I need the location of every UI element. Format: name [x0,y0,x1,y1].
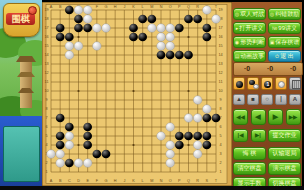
svg-text:10: 10 [44,89,48,93]
black-stone-R5 [193,132,202,141]
button-icon: ▤ [235,51,240,61]
svg-text:10: 10 [218,89,222,93]
black-stone-S17 [202,24,211,33]
white-stone-C15 [65,42,74,51]
svg-text:17: 17 [44,26,48,30]
svg-text:6: 6 [220,125,222,129]
svg-text:N: N [160,179,163,183]
black-stone-B17 [56,24,65,33]
white-stone-F17 [92,24,101,33]
black-stone-D18 [74,15,83,24]
black-stone-L16 [138,33,147,42]
button-label: 退 出 [280,53,294,59]
svg-text:N: N [160,5,163,9]
action-button-3[interactable]: 清空棋盘 [233,162,266,175]
black-stone-K16 [129,33,138,42]
svg-text:H: H [114,179,117,183]
svg-text:11: 11 [45,80,49,84]
black-stone-O14 [166,51,175,60]
black-stone-P4 [175,141,184,150]
menu-button-7[interactable]: ⏻退 出 [268,50,301,62]
black-stone-K17 [129,24,138,33]
capture-count-2: ·0 [290,65,296,72]
white-stone-R7 [193,114,202,123]
black-stone-E17 [83,24,92,33]
svg-text:14: 14 [218,53,222,57]
logo-seal-icon [28,6,37,15]
button-icon: ◎ [270,9,274,19]
white-stone-R9 [193,96,202,105]
svg-text:16: 16 [44,35,48,39]
sidebar-artwork: 围棋 [0,0,42,186]
rewind-button[interactable]: ◀◀ [233,109,248,125]
svg-text:R: R [196,5,199,9]
menu-button-2[interactable]: ▸打开讲义 [233,22,266,34]
black-stone-G3 [102,150,111,159]
white-stone-O4 [166,141,175,150]
svg-text:M: M [150,179,153,183]
svg-text:7: 7 [46,116,48,120]
white-stone-N15 [157,42,166,51]
svg-text:O: O [169,5,172,9]
button-label: 打开讲义 [239,25,263,31]
black-stone-C19 [65,6,74,15]
svg-text:J: J [123,179,125,183]
svg-text:13: 13 [218,62,222,66]
svg-text:9: 9 [46,98,48,102]
white-stone-Q7 [184,114,193,123]
numbered-black-stone-button[interactable]: 1 [261,77,273,90]
svg-text:S: S [206,179,209,183]
button-icon: ⏻ [275,51,279,61]
svg-text:12: 12 [44,71,48,75]
white-stone-S19 [202,6,211,15]
button-icon: ◎ [235,9,239,19]
svg-text:A: A [50,5,53,9]
black-stone-S7 [202,114,211,123]
marker-tool-triangle[interactable]: ▲ [233,94,245,105]
black-stone-C6 [65,123,74,132]
black-stone-C16 [65,33,74,42]
svg-text:K: K [132,179,135,183]
white-stone-O3 [166,150,175,159]
black-stone-P17 [175,24,184,33]
svg-text:1: 1 [46,170,48,174]
black-stone-L18 [138,15,147,24]
white-stone-R3 [193,150,202,159]
white-stone-D15 [74,42,83,51]
svg-text:O: O [169,179,172,183]
black-stone-Q18 [184,15,193,24]
svg-text:M: M [150,5,153,9]
capture-counter-bar: ·0·0·0 [233,62,303,76]
action-button-2[interactable]: 认输退局 [268,147,301,160]
black-stone-C2 [65,159,74,168]
svg-text:4: 4 [46,143,48,147]
black-stone-S16 [202,33,211,42]
svg-text:H: H [114,5,117,9]
white-stone-N16 [157,33,166,42]
app-logo-crest: 围棋 [3,3,40,37]
fast-forward-button[interactable]: ▶▶ [286,109,301,125]
black-stone-M18 [147,15,156,24]
marker-tool-letter[interactable]: A [289,94,301,105]
black-white-stones-button[interactable] [247,77,259,90]
button-label: 99讲义 [278,25,297,31]
white-stone-O2 [166,159,175,168]
eraser-icon [292,80,301,89]
button-icon: ▸ [236,23,239,33]
svg-text:B: B [59,179,62,183]
black-stone-F3 [92,150,101,159]
black-stone-B16 [56,33,65,42]
black-stone-Q5 [184,132,193,141]
screen-bottom-bar [0,186,304,190]
svg-text:11: 11 [219,80,223,84]
white-stone-O15 [166,42,175,51]
black-stone-D17 [74,24,83,33]
svg-text:K: K [132,5,135,9]
capture-count-1: ·0 [267,65,273,72]
svg-text:L: L [142,5,144,9]
button-label: 动画故事 [240,53,264,59]
black-stone-B4 [56,141,65,150]
white-stone-C4 [65,141,74,150]
svg-text:1: 1 [220,170,222,174]
white-stone-C5 [65,132,74,141]
svg-text:12: 12 [218,71,222,75]
button-icon: № [272,23,277,33]
svg-text:3: 3 [220,152,222,156]
svg-text:Q: Q [187,179,190,183]
button-icon: ◉ [235,37,239,47]
white-stone-O16 [166,33,175,42]
white-stone-D2 [74,159,83,168]
black-stone-N14 [157,51,166,60]
svg-text:13: 13 [44,62,48,66]
eraser-button[interactable] [289,77,301,90]
white-stone-button[interactable] [275,77,287,90]
white-stone-B3 [56,150,65,159]
svg-text:G: G [105,179,108,183]
marker-tool-square[interactable]: ■ [247,94,259,105]
svg-text:17: 17 [218,26,222,30]
back-button[interactable]: ◀ [251,109,266,125]
side-info-box[interactable] [3,126,40,182]
button-label: 纠错鼓励 [275,11,299,17]
black-stone-B5 [56,132,65,141]
black-stone-S4 [202,141,211,150]
svg-text:J: J [123,5,125,9]
svg-text:B: B [59,5,62,9]
svg-text:15: 15 [218,44,222,48]
white-stone-E2 [83,159,92,168]
white-stone-A3 [47,150,56,159]
white-stone-F15 [92,42,101,51]
menu-button-5[interactable]: ▣保存棋谱 [268,36,301,48]
black-stone-E6 [83,123,92,132]
svg-text:15: 15 [44,44,48,48]
forward-button[interactable]: ▶ [268,109,283,125]
svg-text:5: 5 [220,134,222,138]
black-stone-P5 [175,132,184,141]
svg-text:2: 2 [220,161,222,165]
svg-text:8: 8 [46,107,48,111]
menu-button-6[interactable]: ▤动画故事 [233,50,266,62]
black-stone-S5 [202,132,211,141]
white-stone-E19 [83,6,92,15]
go-to-end-button[interactable]: ▶| [251,129,266,142]
svg-text:A: A [50,179,53,183]
svg-text:4: 4 [220,143,222,147]
black-stone-button[interactable] [233,77,245,90]
svg-text:L: L [142,179,144,183]
go-app-window: 围棋 AA1919BB1818CC1717DD1616EE1515FF1414G… [0,0,304,190]
white-stone-R4 [193,141,202,150]
svg-text:16: 16 [218,35,222,39]
svg-text:8: 8 [220,107,222,111]
white-stone-G17 [102,24,111,33]
white-stone-S8 [202,105,211,114]
svg-text:18: 18 [44,17,48,21]
svg-text:6: 6 [46,125,48,129]
button-icon: ▣ [270,37,275,47]
white-stone-D19 [74,6,83,15]
black-stone-P14 [175,51,184,60]
menu-button-0[interactable]: ◎双人对战 [233,8,266,20]
black-stone-B7 [56,114,65,123]
white-stone-C14 [65,51,74,60]
svg-text:2: 2 [46,161,48,165]
svg-text:G: G [105,5,108,9]
white-stone-M17 [147,24,156,33]
svg-text:14: 14 [44,53,48,57]
white-stone-O17 [166,24,175,33]
marker-tool-circle[interactable]: ○ [261,94,273,105]
marker-tool-line[interactable]: ∣ [275,94,287,105]
button-label: 形势判断 [240,39,264,45]
side-info-panel [0,116,42,186]
svg-text:Q: Q [187,5,190,9]
black-stone-R18 [193,15,202,24]
black-stone-E4 [83,141,92,150]
go-board[interactable]: AA1919BB1818CC1717DD1616EE1515FF1414GG13… [42,2,232,186]
black-stone-Q14 [184,51,193,60]
white-stone-E18 [83,15,92,24]
svg-text:9: 9 [220,98,222,102]
action-button-1[interactable]: 悔 棋 [233,147,266,160]
button-label: 保存棋谱 [275,39,299,45]
button-label: 双人对战 [240,11,264,17]
action-button-0[interactable]: 提交作业 [268,129,301,142]
svg-text:5: 5 [46,134,48,138]
svg-text:P: P [178,5,181,9]
black-stone-E5 [83,132,92,141]
go-to-start-button[interactable]: |◀ [233,129,248,142]
white-stone-O6 [166,123,175,132]
svg-text:C: C [68,179,71,183]
white-stone-N5 [157,132,166,141]
menu-button-4[interactable]: ◉形势判断 [233,36,266,48]
svg-text:R: R [196,179,199,183]
white-stone-T18 [212,15,221,24]
black-stone-T7 [212,114,221,123]
svg-text:19: 19 [44,8,48,12]
white-stone-B2 [56,159,65,168]
control-panel: ◎双人对战◎纠错鼓励▸打开讲义№99讲义◉形势判断▣保存棋谱▤动画故事⏻退 出 … [232,2,302,186]
white-stone-N17 [157,24,166,33]
svg-text:D: D [77,179,80,183]
svg-text:E: E [86,179,89,183]
action-button-4[interactable]: 演示棋盘 [268,162,301,175]
menu-button-1[interactable]: ◎纠错鼓励 [268,8,301,20]
capture-count-0: ·0 [244,65,250,72]
menu-button-3[interactable]: №99讲义 [268,22,301,34]
svg-text:19: 19 [218,8,222,12]
svg-text:P: P [178,179,181,183]
